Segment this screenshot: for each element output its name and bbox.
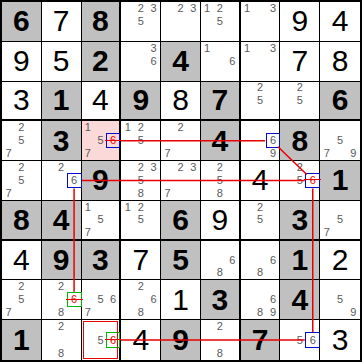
empty-candidate-slot [347, 213, 360, 226]
candidate-5: 5 [15, 293, 28, 306]
empty-candidate-slot [161, 134, 174, 147]
cell-r5c2[interactable]: 26 [42, 161, 82, 201]
empty-candidate-slot [280, 174, 293, 187]
empty-candidate-slot [42, 347, 55, 360]
empty-candidate-slot [174, 147, 187, 160]
cell-r8c1[interactable]: 257 [2, 280, 42, 320]
empty-candidate-slot [241, 293, 254, 306]
empty-candidate-slot [187, 121, 200, 134]
empty-candidate-slot [267, 82, 280, 95]
cell-r3c8[interactable]: 25 [280, 82, 320, 122]
cell-r1c8[interactable]: 9 [280, 2, 320, 42]
candidate-1: 1 [82, 121, 95, 134]
candidate-3: 3 [147, 42, 160, 55]
cell-r6c3[interactable]: 157 [82, 201, 122, 241]
cell-r3c6[interactable]: 7 [201, 82, 241, 122]
given-digit: 6 [2, 2, 41, 41]
empty-candidate-slot [121, 134, 134, 147]
empty-candidate-slot [280, 347, 293, 360]
candidate-5: 5 [213, 174, 226, 187]
empty-candidate-slot [320, 134, 333, 147]
empty-candidate-slot [174, 15, 187, 28]
given-digit: 8 [280, 121, 319, 160]
candidate-7: 7 [82, 226, 95, 239]
empty-candidate-slot [134, 55, 147, 68]
candidate-1: 1 [121, 201, 134, 214]
empty-candidate-slot [187, 187, 200, 200]
candidate-8: 8 [55, 347, 68, 360]
empty-candidate-slot [94, 226, 107, 239]
given-digit: 1 [280, 241, 319, 280]
empty-candidate-slot [320, 280, 333, 293]
candidate-2: 2 [174, 121, 187, 134]
cell-r8c2[interactable]: 268 [42, 280, 82, 320]
empty-candidate-slot [241, 226, 254, 239]
cell-r4c5[interactable]: 27 [161, 121, 201, 161]
candidate-5: 5 [134, 15, 147, 28]
cell-r2c1[interactable]: 9 [2, 42, 42, 82]
candidate-2: 2 [213, 320, 226, 333]
empty-candidate-slot [241, 107, 254, 120]
empty-candidate-slot [134, 293, 147, 306]
candidate-grid: 23 [161, 2, 200, 41]
cell-r9c3[interactable]: 56 [82, 320, 122, 360]
empty-candidate-slot [306, 82, 319, 95]
empty-candidate-slot [2, 174, 15, 187]
cell-r2c9[interactable]: 8 [320, 42, 360, 82]
cell-r5c6[interactable]: 258 [201, 161, 241, 201]
cell-r8c8[interactable]: 4 [280, 280, 320, 320]
cell-r9c6[interactable]: 28 [201, 320, 241, 360]
empty-candidate-slot [347, 226, 360, 239]
empty-candidate-slot [241, 147, 254, 160]
empty-candidate-slot [241, 121, 254, 134]
cell-r7c1[interactable]: 4 [2, 241, 42, 281]
cell-r2c8[interactable]: 7 [280, 42, 320, 82]
empty-candidate-slot [226, 15, 239, 28]
cell-r4c8[interactable]: 8 [280, 121, 320, 161]
empty-candidate-slot [320, 293, 333, 306]
cell-r6c4[interactable]: 125 [121, 201, 161, 241]
candidate-7: 7 [320, 147, 333, 160]
empty-candidate-slot [94, 147, 107, 160]
sudoku-board: 6782352312513949523641613783149872525625… [0, 0, 362, 362]
empty-candidate-slot [267, 15, 280, 28]
candidate-2: 2 [55, 320, 68, 333]
candidate-grid: 235 [121, 2, 160, 41]
cell-r6c6[interactable]: 9 [201, 201, 241, 241]
cell-r8c5[interactable]: 1 [161, 280, 201, 320]
empty-candidate-slot [134, 28, 147, 41]
empty-candidate-slot [254, 280, 267, 293]
cell-r8c9[interactable]: 59 [320, 280, 360, 320]
chain-node-6-eliminated: 6 [107, 134, 120, 147]
cell-r2c7[interactable]: 13 [241, 42, 281, 82]
candidate-7: 7 [82, 306, 95, 319]
cell-r5c7[interactable]: 4 [241, 161, 281, 201]
empty-candidate-slot [241, 28, 254, 41]
given-digit: 4 [42, 201, 81, 239]
empty-candidate-slot [68, 347, 81, 360]
empty-candidate-slot [226, 333, 239, 346]
candidate-5: 5 [213, 15, 226, 28]
candidate-6: 6 [107, 293, 120, 306]
cell-r9c4[interactable]: 4 [121, 320, 161, 360]
candidate-7: 7 [2, 306, 15, 319]
candidate-1: 1 [241, 42, 254, 55]
candidate-5: 5 [254, 213, 267, 226]
empty-candidate-slot [94, 320, 107, 333]
cell-r5c3[interactable]: 9 [82, 161, 122, 201]
empty-candidate-slot [267, 55, 280, 68]
empty-candidate-slot [107, 347, 120, 360]
given-digit: 6 [161, 201, 200, 239]
chain-node-6: 6 [306, 333, 319, 346]
given-digit: 3 [280, 201, 319, 239]
cell-r6c7[interactable]: 25 [241, 201, 281, 241]
cell-r7c9[interactable]: 2 [320, 241, 360, 281]
cell-r3c4[interactable]: 9 [121, 82, 161, 122]
empty-candidate-slot [226, 347, 239, 360]
chain-node-6-eliminated: 6 [107, 333, 120, 346]
empty-candidate-slot [347, 201, 360, 214]
empty-candidate-slot [134, 147, 147, 160]
empty-candidate-slot [254, 28, 267, 41]
candidate-9: 9 [347, 306, 360, 319]
cell-r7c8[interactable]: 1 [280, 241, 320, 281]
empty-candidate-slot [201, 333, 214, 346]
empty-candidate-slot [2, 280, 15, 293]
empty-candidate-slot [147, 226, 160, 239]
empty-candidate-slot [147, 280, 160, 293]
solved-digit: 3 [2, 82, 41, 120]
cell-r6c8[interactable]: 3 [280, 201, 320, 241]
cell-r6c9[interactable]: 57 [320, 201, 360, 241]
cell-r3c1[interactable]: 3 [2, 82, 42, 122]
candidate-8: 8 [213, 347, 226, 360]
candidate-grid: 2358 [121, 161, 160, 200]
empty-candidate-slot [226, 28, 239, 41]
cell-r2c4[interactable]: 36 [121, 42, 161, 82]
cell-r1c1[interactable]: 6 [2, 2, 42, 42]
empty-candidate-slot [241, 241, 254, 254]
empty-candidate-slot [147, 174, 160, 187]
solved-digit: 4 [2, 241, 41, 280]
candidate-3: 3 [267, 2, 280, 15]
cell-r9c5[interactable]: 9 [161, 320, 201, 360]
candidate-3: 3 [267, 42, 280, 55]
candidate-grid: 125 [121, 121, 160, 160]
empty-candidate-slot [333, 121, 346, 134]
candidate-2: 2 [254, 82, 267, 95]
cell-r7c2[interactable]: 9 [42, 241, 82, 281]
cell-r6c1[interactable]: 8 [2, 201, 42, 241]
candidate-grid: 237 [161, 161, 200, 200]
empty-candidate-slot [306, 94, 319, 107]
empty-candidate-slot [320, 213, 333, 226]
candidate-7: 7 [161, 147, 174, 160]
candidate-6: 6 [226, 55, 239, 68]
empty-candidate-slot [254, 55, 267, 68]
cell-r1c9[interactable]: 4 [320, 2, 360, 42]
empty-candidate-slot [306, 347, 319, 360]
candidate-5: 5 [254, 94, 267, 107]
cell-r8c6[interactable]: 3 [201, 280, 241, 320]
empty-candidate-slot [2, 161, 15, 174]
empty-candidate-slot [161, 28, 174, 41]
empty-candidate-slot [55, 187, 68, 200]
empty-candidate-slot [201, 254, 214, 267]
cell-r7c5[interactable]: 5 [161, 241, 201, 281]
cell-r6c5[interactable]: 6 [161, 201, 201, 241]
candidate-8: 8 [213, 267, 226, 280]
cell-r3c9[interactable]: 6 [320, 82, 360, 122]
empty-candidate-slot [174, 28, 187, 41]
empty-candidate-slot [147, 213, 160, 226]
candidate-1: 1 [201, 42, 214, 55]
solved-digit: 3 [320, 320, 360, 360]
empty-candidate-slot [147, 147, 160, 160]
empty-candidate-slot [333, 147, 346, 160]
cell-r2c3[interactable]: 2 [82, 42, 122, 82]
given-digit: 3 [82, 241, 120, 280]
candidate-9: 9 [267, 306, 280, 319]
candidate-grid: 125 [201, 2, 239, 41]
empty-candidate-slot [107, 147, 120, 160]
empty-candidate-slot [306, 107, 319, 120]
empty-candidate-slot [82, 134, 95, 147]
given-digit: 7 [241, 320, 280, 360]
cell-r4c2[interactable]: 3 [42, 121, 82, 161]
empty-candidate-slot [147, 201, 160, 214]
candidate-grid: 69 [241, 121, 280, 160]
empty-candidate-slot [254, 254, 267, 267]
candidate-grid: 268 [121, 280, 160, 319]
empty-candidate-slot [161, 2, 174, 15]
empty-candidate-slot [42, 280, 55, 293]
candidate-grid: 36 [121, 42, 160, 81]
solved-digit: 7 [42, 2, 81, 41]
empty-candidate-slot [201, 161, 214, 174]
cell-r7c3[interactable]: 3 [82, 241, 122, 281]
candidate-grid: 25 [280, 82, 319, 120]
candidate-grid: 68 [241, 241, 280, 280]
empty-candidate-slot [320, 306, 333, 319]
empty-candidate-slot [82, 320, 95, 333]
solved-digit: 9 [201, 201, 239, 239]
cell-r7c7[interactable]: 68 [241, 241, 281, 281]
candidate-2: 2 [134, 201, 147, 214]
solved-digit: 4 [241, 161, 280, 200]
empty-candidate-slot [267, 226, 280, 239]
empty-candidate-slot [213, 333, 226, 346]
candidate-2: 2 [134, 280, 147, 293]
empty-candidate-slot [280, 320, 293, 333]
cell-r2c6[interactable]: 16 [201, 42, 241, 82]
cell-r5c9[interactable]: 1 [320, 161, 360, 201]
candidate-grid: 57 [320, 201, 360, 239]
empty-candidate-slot [134, 226, 147, 239]
empty-candidate-slot [107, 213, 120, 226]
cell-r5c8[interactable]: 256 [280, 161, 320, 201]
cell-r5c1[interactable]: 257 [2, 161, 42, 201]
cell-r9c9[interactable]: 3 [320, 320, 360, 360]
candidate-grid: 257 [2, 161, 41, 200]
cell-r5c5[interactable]: 237 [161, 161, 201, 201]
empty-candidate-slot [121, 15, 134, 28]
empty-candidate-slot [267, 267, 280, 280]
given-digit: 5 [161, 241, 200, 280]
cell-r1c3[interactable]: 8 [82, 2, 122, 42]
empty-candidate-slot [147, 15, 160, 28]
empty-candidate-slot [254, 293, 267, 306]
solved-digit: 9 [280, 2, 319, 41]
empty-candidate-slot [82, 280, 95, 293]
cell-r2c2[interactable]: 5 [42, 42, 82, 82]
empty-candidate-slot [107, 306, 120, 319]
cell-r3c5[interactable]: 8 [161, 82, 201, 122]
solved-digit: 2 [320, 241, 360, 280]
candidate-2: 2 [134, 161, 147, 174]
cell-r3c7[interactable]: 25 [241, 82, 281, 122]
candidate-5: 5 [134, 134, 147, 147]
candidate-2: 2 [293, 82, 306, 95]
candidate-2: 2 [15, 280, 28, 293]
candidate-8: 8 [55, 306, 68, 319]
empty-candidate-slot [174, 174, 187, 187]
empty-candidate-slot [28, 147, 41, 160]
empty-candidate-slot [68, 320, 81, 333]
empty-candidate-slot [2, 134, 15, 147]
cell-r3c2[interactable]: 1 [42, 82, 82, 122]
candidate-5: 5 [134, 213, 147, 226]
cell-r4c7[interactable]: 69 [241, 121, 281, 161]
empty-candidate-slot [15, 147, 28, 160]
empty-candidate-slot [147, 68, 160, 81]
cell-r8c4[interactable]: 268 [121, 280, 161, 320]
empty-candidate-slot [161, 121, 174, 134]
empty-candidate-slot [121, 55, 134, 68]
candidate-7: 7 [161, 187, 174, 200]
cell-r4c9[interactable]: 579 [320, 121, 360, 161]
candidate-1: 1 [121, 121, 134, 134]
empty-candidate-slot [201, 68, 214, 81]
given-digit: 4 [161, 42, 200, 81]
cell-r1c2[interactable]: 7 [42, 2, 82, 42]
empty-candidate-slot [226, 267, 239, 280]
candidate-grid: 258 [201, 161, 239, 200]
chain-node-6-eliminated: 6 [306, 174, 319, 187]
empty-candidate-slot [280, 82, 293, 95]
empty-candidate-slot [306, 187, 319, 200]
cell-r1c7[interactable]: 13 [241, 2, 281, 42]
empty-candidate-slot [107, 201, 120, 214]
cell-r8c7[interactable]: 689 [241, 280, 281, 320]
empty-candidate-slot [293, 107, 306, 120]
empty-candidate-slot [201, 187, 214, 200]
candidate-8: 8 [254, 306, 267, 319]
cell-r2c5[interactable]: 4 [161, 42, 201, 82]
cell-r1c6[interactable]: 125 [201, 2, 241, 42]
cell-r4c3[interactable]: 1567 [82, 121, 122, 161]
cell-r7c6[interactable]: 68 [201, 241, 241, 281]
candidate-grid: 256 [280, 161, 319, 200]
candidate-grid: 56 [82, 320, 120, 360]
given-digit: 3 [201, 280, 239, 319]
empty-candidate-slot [213, 68, 226, 81]
empty-candidate-slot [267, 28, 280, 41]
candidate-grid: 16 [201, 42, 239, 81]
cell-r3c3[interactable]: 4 [82, 82, 122, 122]
cell-r4c4[interactable]: 125 [121, 121, 161, 161]
empty-candidate-slot [107, 280, 120, 293]
solved-digit: 4 [121, 320, 160, 360]
given-digit: 9 [121, 82, 160, 120]
empty-candidate-slot [147, 134, 160, 147]
empty-candidate-slot [241, 134, 254, 147]
cell-r7c4[interactable]: 7 [121, 241, 161, 281]
candidate-grid: 257 [2, 280, 41, 319]
cell-r1c4[interactable]: 235 [121, 2, 161, 42]
empty-candidate-slot [147, 306, 160, 319]
empty-candidate-slot [226, 187, 239, 200]
empty-candidate-slot [187, 147, 200, 160]
cell-r4c1[interactable]: 257 [2, 121, 42, 161]
cell-r1c5[interactable]: 23 [161, 2, 201, 42]
cell-r9c2[interactable]: 28 [42, 320, 82, 360]
empty-candidate-slot [42, 161, 55, 174]
empty-candidate-slot [241, 267, 254, 280]
solved-digit: 8 [320, 42, 360, 81]
chain-node-6: 6 [68, 174, 81, 187]
empty-candidate-slot [201, 241, 214, 254]
empty-candidate-slot [213, 28, 226, 41]
cell-r9c7[interactable]: 7 [241, 320, 281, 360]
candidate-5: 5 [15, 134, 28, 147]
empty-candidate-slot [121, 306, 134, 319]
empty-candidate-slot [241, 306, 254, 319]
candidate-1: 1 [201, 2, 214, 15]
empty-candidate-slot [347, 293, 360, 306]
empty-candidate-slot [121, 161, 134, 174]
empty-candidate-slot [28, 280, 41, 293]
empty-candidate-slot [201, 55, 214, 68]
empty-candidate-slot [241, 68, 254, 81]
cell-r9c1[interactable]: 1 [2, 320, 42, 360]
empty-candidate-slot [241, 55, 254, 68]
empty-candidate-slot [320, 201, 333, 214]
cell-r4c6[interactable]: 4 [201, 121, 241, 161]
candidate-grid: 1567 [82, 121, 120, 160]
empty-candidate-slot [42, 174, 55, 187]
given-digit: 9 [161, 320, 200, 360]
empty-candidate-slot [254, 15, 267, 28]
cell-r5c4[interactable]: 2358 [121, 161, 161, 201]
cell-r8c3[interactable]: 567 [82, 280, 122, 320]
candidate-5: 5 [333, 213, 346, 226]
candidate-grid: 59 [320, 280, 360, 319]
candidate-7: 7 [2, 187, 15, 200]
empty-candidate-slot [201, 174, 214, 187]
empty-candidate-slot [213, 42, 226, 55]
cell-r6c2[interactable]: 4 [42, 201, 82, 241]
empty-candidate-slot [267, 213, 280, 226]
solved-digit: 7 [280, 42, 319, 81]
given-digit: 2 [82, 42, 120, 81]
given-digit: 1 [320, 161, 360, 200]
candidate-2: 2 [134, 121, 147, 134]
cell-r9c8[interactable]: 56 [280, 320, 320, 360]
